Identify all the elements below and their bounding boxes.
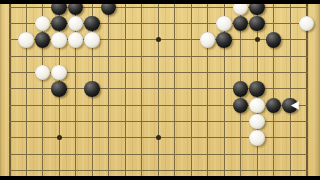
black-stone bbox=[266, 98, 282, 114]
black-stone bbox=[249, 81, 265, 97]
black-stone bbox=[233, 81, 249, 97]
star-point bbox=[57, 135, 62, 140]
white-stone bbox=[68, 32, 84, 48]
black-stone bbox=[266, 32, 282, 48]
black-stone bbox=[84, 81, 100, 97]
black-stone bbox=[282, 98, 298, 114]
white-stone bbox=[51, 32, 67, 48]
grid-line-horizontal bbox=[9, 56, 308, 57]
letterbox-top-bar bbox=[0, 0, 320, 4]
black-stone bbox=[216, 32, 232, 48]
white-stone bbox=[249, 98, 265, 114]
star-point bbox=[156, 37, 161, 42]
grid-line-horizontal bbox=[9, 170, 308, 171]
black-stone bbox=[249, 16, 265, 32]
video-frame bbox=[0, 0, 320, 180]
black-stone bbox=[233, 98, 249, 114]
white-stone bbox=[35, 16, 51, 32]
white-stone bbox=[249, 130, 265, 146]
white-stone bbox=[200, 32, 216, 48]
white-stone bbox=[18, 32, 34, 48]
white-stone bbox=[84, 32, 100, 48]
white-stone bbox=[51, 65, 67, 81]
white-stone bbox=[249, 114, 265, 130]
white-stone bbox=[299, 16, 315, 32]
white-stone bbox=[35, 65, 51, 81]
white-stone bbox=[68, 16, 84, 32]
star-point bbox=[156, 135, 161, 140]
white-stone bbox=[216, 16, 232, 32]
letterbox-bottom-bar bbox=[0, 176, 320, 180]
star-point bbox=[255, 37, 260, 42]
black-stone bbox=[233, 16, 249, 32]
last-move-triangle-marker bbox=[290, 101, 299, 111]
black-stone bbox=[51, 81, 67, 97]
grid-line-horizontal bbox=[9, 154, 308, 155]
go-board[interactable] bbox=[0, 0, 320, 180]
black-stone bbox=[35, 32, 51, 48]
black-stone bbox=[51, 16, 67, 32]
black-stone bbox=[84, 16, 100, 32]
